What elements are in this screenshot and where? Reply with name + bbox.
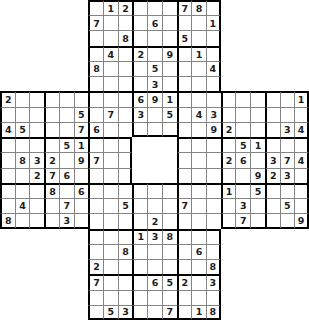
given-cell-r9-c16[interactable]: 5 bbox=[235, 137, 250, 152]
given-cell-r18-c12[interactable]: 2 bbox=[177, 274, 192, 289]
given-cell-r13-c12[interactable]: 7 bbox=[177, 198, 192, 213]
empty-cell-r11-c16[interactable] bbox=[235, 168, 250, 183]
empty-cell-r18-c13[interactable] bbox=[191, 274, 206, 289]
empty-cell-r14-c5[interactable] bbox=[74, 213, 89, 228]
empty-cell-r19-c7[interactable] bbox=[103, 290, 118, 305]
given-cell-r11-c18[interactable]: 2 bbox=[265, 168, 280, 183]
empty-cell-r10-c17[interactable] bbox=[250, 152, 265, 167]
empty-cell-r14-c8[interactable] bbox=[118, 213, 133, 228]
empty-cell-r13-c3[interactable] bbox=[44, 198, 59, 213]
empty-cell-r12-c10[interactable] bbox=[147, 183, 162, 198]
given-cell-r8-c5[interactable]: 7 bbox=[74, 122, 89, 137]
given-cell-r1-c10[interactable]: 6 bbox=[147, 15, 162, 30]
given-cell-r3-c7[interactable]: 4 bbox=[103, 46, 118, 61]
given-cell-r4-c6[interactable]: 8 bbox=[88, 61, 103, 76]
given-cell-r10-c5[interactable]: 9 bbox=[74, 152, 89, 167]
empty-cell-r17-c12[interactable] bbox=[177, 259, 192, 274]
empty-cell-r8-c7[interactable] bbox=[103, 122, 118, 137]
given-cell-r14-c20[interactable]: 9 bbox=[294, 213, 309, 228]
empty-cell-r9-c13[interactable] bbox=[191, 137, 206, 152]
empty-cell-r12-c4[interactable] bbox=[59, 183, 74, 198]
empty-cell-r16-c11[interactable] bbox=[162, 244, 177, 259]
given-cell-r6-c10[interactable]: 9 bbox=[147, 91, 162, 106]
empty-cell-r10-c4[interactable] bbox=[59, 152, 74, 167]
outside-area bbox=[294, 15, 309, 30]
given-cell-r6-c9[interactable]: 6 bbox=[132, 91, 147, 106]
empty-cell-r1-c8[interactable] bbox=[118, 15, 133, 30]
empty-cell-r8-c4[interactable] bbox=[59, 122, 74, 137]
given-cell-r10-c19[interactable]: 7 bbox=[280, 152, 295, 167]
empty-cell-r8-c9[interactable] bbox=[132, 122, 147, 137]
empty-cell-r14-c6[interactable] bbox=[88, 213, 103, 228]
empty-cell-r9-c19[interactable] bbox=[280, 137, 295, 152]
outside-area bbox=[221, 259, 236, 274]
empty-cell-r13-c20[interactable] bbox=[294, 198, 309, 213]
empty-cell-r1-c13[interactable] bbox=[191, 15, 206, 30]
given-cell-r7-c14[interactable]: 3 bbox=[206, 107, 221, 122]
empty-cell-r13-c7[interactable] bbox=[103, 198, 118, 213]
empty-cell-r6-c7[interactable] bbox=[103, 91, 118, 106]
empty-cell-r5-c8[interactable] bbox=[118, 76, 133, 91]
given-cell-r15-c11[interactable]: 8 bbox=[162, 229, 177, 244]
empty-cell-r6-c14[interactable] bbox=[206, 91, 221, 106]
empty-cell-r12-c12[interactable] bbox=[177, 183, 192, 198]
given-cell-r13-c8[interactable]: 5 bbox=[118, 198, 133, 213]
empty-cell-r6-c15[interactable] bbox=[221, 91, 236, 106]
empty-cell-r7-c2[interactable] bbox=[29, 107, 44, 122]
given-cell-r20-c11[interactable]: 7 bbox=[162, 305, 177, 320]
given-cell-r4-c14[interactable]: 4 bbox=[206, 61, 221, 76]
empty-cell-r17-c13[interactable] bbox=[191, 259, 206, 274]
empty-cell-r6-c2[interactable] bbox=[29, 91, 44, 106]
outside-area bbox=[250, 30, 265, 45]
given-cell-r12-c5[interactable]: 6 bbox=[74, 183, 89, 198]
empty-cell-r11-c1[interactable] bbox=[15, 168, 30, 183]
empty-cell-r5-c14[interactable] bbox=[206, 76, 221, 91]
given-cell-r17-c6[interactable]: 2 bbox=[88, 259, 103, 274]
empty-cell-r9-c1[interactable] bbox=[15, 137, 30, 152]
given-cell-r11-c3[interactable]: 7 bbox=[44, 168, 59, 183]
empty-cell-r9-c6[interactable] bbox=[88, 137, 103, 152]
empty-cell-r19-c6[interactable] bbox=[88, 290, 103, 305]
empty-cell-r4-c8[interactable] bbox=[118, 61, 133, 76]
given-cell-r2-c8[interactable]: 8 bbox=[118, 30, 133, 45]
empty-cell-r7-c15[interactable] bbox=[221, 107, 236, 122]
given-cell-r17-c14[interactable]: 8 bbox=[206, 259, 221, 274]
empty-cell-r10-c0[interactable] bbox=[0, 152, 15, 167]
empty-cell-r15-c12[interactable] bbox=[177, 229, 192, 244]
given-cell-r8-c1[interactable]: 5 bbox=[15, 122, 30, 137]
empty-cell-r11-c8[interactable] bbox=[118, 168, 133, 183]
given-cell-r20-c14[interactable]: 8 bbox=[206, 305, 221, 320]
empty-cell-r7-c18[interactable] bbox=[265, 107, 280, 122]
empty-cell-r12-c18[interactable] bbox=[265, 183, 280, 198]
empty-cell-r3-c8[interactable] bbox=[118, 46, 133, 61]
empty-cell-r11-c0[interactable] bbox=[0, 168, 15, 183]
given-cell-r11-c2[interactable]: 2 bbox=[29, 168, 44, 183]
empty-cell-r13-c13[interactable] bbox=[191, 198, 206, 213]
empty-cell-r1-c11[interactable] bbox=[162, 15, 177, 30]
empty-cell-r2-c10[interactable] bbox=[147, 30, 162, 45]
outside-area bbox=[265, 76, 280, 91]
empty-cell-r2-c9[interactable] bbox=[132, 30, 147, 45]
empty-cell-r2-c14[interactable] bbox=[206, 30, 221, 45]
empty-cell-r13-c18[interactable] bbox=[265, 198, 280, 213]
empty-cell-r20-c6[interactable] bbox=[88, 305, 103, 320]
empty-cell-r7-c12[interactable] bbox=[177, 107, 192, 122]
empty-cell-r6-c5[interactable] bbox=[74, 91, 89, 106]
given-cell-r8-c15[interactable]: 2 bbox=[221, 122, 236, 137]
given-cell-r10-c2[interactable]: 3 bbox=[29, 152, 44, 167]
empty-cell-r7-c4[interactable] bbox=[59, 107, 74, 122]
given-cell-r8-c19[interactable]: 3 bbox=[280, 122, 295, 137]
empty-cell-r16-c10[interactable] bbox=[147, 244, 162, 259]
empty-cell-r3-c10[interactable] bbox=[147, 46, 162, 61]
empty-cell-r15-c6[interactable] bbox=[88, 229, 103, 244]
empty-cell-r15-c7[interactable] bbox=[103, 229, 118, 244]
empty-cell-r7-c10[interactable] bbox=[147, 107, 162, 122]
outside-area bbox=[44, 15, 59, 30]
empty-cell-r9-c0[interactable] bbox=[0, 137, 15, 152]
given-cell-r9-c4[interactable]: 5 bbox=[59, 137, 74, 152]
empty-cell-r6-c8[interactable] bbox=[118, 91, 133, 106]
empty-cell-r18-c9[interactable] bbox=[132, 274, 147, 289]
given-cell-r20-c7[interactable]: 5 bbox=[103, 305, 118, 320]
empty-cell-r11-c12[interactable] bbox=[177, 168, 192, 183]
empty-cell-r5-c6[interactable] bbox=[88, 76, 103, 91]
empty-cell-r3-c12[interactable] bbox=[177, 46, 192, 61]
given-cell-r10-c1[interactable]: 8 bbox=[15, 152, 30, 167]
empty-cell-r14-c11[interactable] bbox=[162, 213, 177, 228]
given-cell-r14-c10[interactable]: 2 bbox=[147, 213, 162, 228]
empty-cell-r6-c17[interactable] bbox=[250, 91, 265, 106]
empty-cell-r14-c1[interactable] bbox=[15, 213, 30, 228]
empty-cell-r5-c12[interactable] bbox=[177, 76, 192, 91]
empty-cell-r12-c6[interactable] bbox=[88, 183, 103, 198]
given-cell-r14-c0[interactable]: 8 bbox=[0, 213, 15, 228]
empty-cell-r0-c10[interactable] bbox=[147, 0, 162, 15]
empty-cell-r6-c6[interactable] bbox=[88, 91, 103, 106]
empty-cell-r8-c3[interactable] bbox=[44, 122, 59, 137]
given-cell-r8-c20[interactable]: 4 bbox=[294, 122, 309, 137]
empty-cell-r12-c0[interactable] bbox=[0, 183, 15, 198]
empty-cell-r5-c13[interactable] bbox=[191, 76, 206, 91]
empty-cell-r7-c6[interactable] bbox=[88, 107, 103, 122]
empty-cell-r15-c14[interactable] bbox=[206, 229, 221, 244]
empty-cell-r12-c1[interactable] bbox=[15, 183, 30, 198]
given-cell-r7-c7[interactable]: 7 bbox=[103, 107, 118, 122]
empty-cell-r7-c19[interactable] bbox=[280, 107, 295, 122]
given-cell-r2-c12[interactable]: 5 bbox=[177, 30, 192, 45]
empty-cell-r8-c18[interactable] bbox=[265, 122, 280, 137]
empty-cell-r14-c13[interactable] bbox=[191, 213, 206, 228]
given-cell-r10-c20[interactable]: 4 bbox=[294, 152, 309, 167]
empty-cell-r9-c12[interactable] bbox=[177, 137, 192, 152]
given-cell-r18-c10[interactable]: 6 bbox=[147, 274, 162, 289]
empty-cell-r6-c4[interactable] bbox=[59, 91, 74, 106]
empty-cell-r13-c6[interactable] bbox=[88, 198, 103, 213]
empty-cell-r17-c8[interactable] bbox=[118, 259, 133, 274]
given-cell-r6-c11[interactable]: 1 bbox=[162, 91, 177, 106]
empty-cell-r12-c9[interactable] bbox=[132, 183, 147, 198]
given-cell-r9-c17[interactable]: 1 bbox=[250, 137, 265, 152]
empty-cell-r0-c9[interactable] bbox=[132, 0, 147, 15]
given-cell-r16-c13[interactable]: 6 bbox=[191, 244, 206, 259]
empty-cell-r2-c11[interactable] bbox=[162, 30, 177, 45]
given-cell-r8-c14[interactable]: 9 bbox=[206, 122, 221, 137]
empty-cell-r13-c17[interactable] bbox=[250, 198, 265, 213]
empty-cell-r6-c3[interactable] bbox=[44, 91, 59, 106]
empty-cell-r13-c14[interactable] bbox=[206, 198, 221, 213]
given-cell-r20-c13[interactable]: 1 bbox=[191, 305, 206, 320]
given-cell-r7-c11[interactable]: 5 bbox=[162, 107, 177, 122]
empty-cell-r12-c16[interactable] bbox=[235, 183, 250, 198]
given-cell-r13-c1[interactable]: 4 bbox=[15, 198, 30, 213]
empty-cell-r2-c13[interactable] bbox=[191, 30, 206, 45]
outside-area bbox=[221, 305, 236, 320]
empty-cell-r7-c16[interactable] bbox=[235, 107, 250, 122]
given-cell-r12-c15[interactable]: 1 bbox=[221, 183, 236, 198]
empty-cell-r15-c8[interactable] bbox=[118, 229, 133, 244]
empty-cell-r4-c7[interactable] bbox=[103, 61, 118, 76]
empty-cell-r8-c2[interactable] bbox=[29, 122, 44, 137]
empty-cell-r14-c9[interactable] bbox=[132, 213, 147, 228]
empty-cell-r2-c7[interactable] bbox=[103, 30, 118, 45]
outside-area bbox=[29, 229, 44, 244]
empty-cell-r9-c18[interactable] bbox=[265, 137, 280, 152]
empty-cell-r5-c11[interactable] bbox=[162, 76, 177, 91]
empty-cell-r3-c14[interactable] bbox=[206, 46, 221, 61]
empty-cell-r7-c8[interactable] bbox=[118, 107, 133, 122]
given-cell-r7-c9[interactable]: 3 bbox=[132, 107, 147, 122]
empty-cell-r7-c0[interactable] bbox=[0, 107, 15, 122]
empty-cell-r0-c11[interactable] bbox=[162, 0, 177, 15]
given-cell-r7-c13[interactable]: 4 bbox=[191, 107, 206, 122]
given-cell-r10-c6[interactable]: 7 bbox=[88, 152, 103, 167]
outside-area bbox=[15, 274, 30, 289]
empty-cell-r6-c1[interactable] bbox=[15, 91, 30, 106]
given-cell-r6-c0[interactable]: 2 bbox=[0, 91, 15, 106]
empty-cell-r7-c1[interactable] bbox=[15, 107, 30, 122]
empty-cell-r12-c20[interactable] bbox=[294, 183, 309, 198]
empty-cell-r14-c15[interactable] bbox=[221, 213, 236, 228]
empty-cell-r0-c6[interactable] bbox=[88, 0, 103, 15]
empty-cell-r5-c9[interactable] bbox=[132, 76, 147, 91]
empty-cell-r13-c9[interactable] bbox=[132, 198, 147, 213]
given-cell-r10-c16[interactable]: 6 bbox=[235, 152, 250, 167]
empty-cell-r9-c20[interactable] bbox=[294, 137, 309, 152]
empty-cell-r19-c12[interactable] bbox=[177, 290, 192, 305]
empty-cell-r12-c19[interactable] bbox=[280, 183, 295, 198]
given-cell-r1-c14[interactable]: 1 bbox=[206, 15, 221, 30]
empty-cell-r13-c2[interactable] bbox=[29, 198, 44, 213]
empty-cell-r13-c10[interactable] bbox=[147, 198, 162, 213]
empty-cell-r10-c7[interactable] bbox=[103, 152, 118, 167]
given-cell-r14-c4[interactable]: 3 bbox=[59, 213, 74, 228]
empty-cell-r19-c13[interactable] bbox=[191, 290, 206, 305]
empty-cell-r8-c16[interactable] bbox=[235, 122, 250, 137]
empty-cell-r13-c0[interactable] bbox=[0, 198, 15, 213]
given-cell-r3-c13[interactable]: 1 bbox=[191, 46, 206, 61]
empty-cell-r0-c14[interactable] bbox=[206, 0, 221, 15]
empty-cell-r6-c19[interactable] bbox=[280, 91, 295, 106]
empty-cell-r6-c13[interactable] bbox=[191, 91, 206, 106]
empty-cell-r20-c10[interactable] bbox=[147, 305, 162, 320]
given-cell-r12-c3[interactable]: 8 bbox=[44, 183, 59, 198]
empty-cell-r14-c19[interactable] bbox=[280, 213, 295, 228]
given-cell-r14-c16[interactable]: 7 bbox=[235, 213, 250, 228]
empty-cell-r2-c6[interactable] bbox=[88, 30, 103, 45]
empty-cell-r13-c11[interactable] bbox=[162, 198, 177, 213]
given-cell-r11-c4[interactable]: 6 bbox=[59, 168, 74, 183]
empty-cell-r12-c7[interactable] bbox=[103, 183, 118, 198]
empty-cell-r9-c2[interactable] bbox=[29, 137, 44, 152]
empty-cell-r12-c14[interactable] bbox=[206, 183, 221, 198]
empty-cell-r6-c16[interactable] bbox=[235, 91, 250, 106]
given-cell-r13-c19[interactable]: 5 bbox=[280, 198, 295, 213]
empty-cell-r5-c7[interactable] bbox=[103, 76, 118, 91]
given-cell-r13-c16[interactable]: 3 bbox=[235, 198, 250, 213]
empty-cell-r16-c6[interactable] bbox=[88, 244, 103, 259]
empty-cell-r4-c12[interactable] bbox=[177, 61, 192, 76]
empty-cell-r10-c14[interactable] bbox=[206, 152, 221, 167]
given-cell-r0-c8[interactable]: 2 bbox=[118, 0, 133, 15]
empty-cell-r11-c5[interactable] bbox=[74, 168, 89, 183]
empty-cell-r11-c15[interactable] bbox=[221, 168, 236, 183]
given-cell-r11-c17[interactable]: 9 bbox=[250, 168, 265, 183]
empty-cell-r9-c8[interactable] bbox=[118, 137, 133, 152]
empty-cell-r18-c7[interactable] bbox=[103, 274, 118, 289]
given-cell-r0-c12[interactable]: 7 bbox=[177, 0, 192, 15]
empty-cell-r9-c15[interactable] bbox=[221, 137, 236, 152]
empty-cell-r12-c2[interactable] bbox=[29, 183, 44, 198]
empty-cell-r11-c20[interactable] bbox=[294, 168, 309, 183]
empty-cell-r12-c11[interactable] bbox=[162, 183, 177, 198]
empty-cell-r10-c8[interactable] bbox=[118, 152, 133, 167]
empty-cell-r19-c10[interactable] bbox=[147, 290, 162, 305]
empty-cell-r14-c17[interactable] bbox=[250, 213, 265, 228]
given-cell-r7-c5[interactable]: 5 bbox=[74, 107, 89, 122]
empty-cell-r16-c12[interactable] bbox=[177, 244, 192, 259]
empty-cell-r17-c11[interactable] bbox=[162, 259, 177, 274]
empty-cell-r14-c2[interactable] bbox=[29, 213, 44, 228]
empty-cell-r14-c18[interactable] bbox=[265, 213, 280, 228]
empty-cell-r6-c12[interactable] bbox=[177, 91, 192, 106]
empty-cell-r8-c11[interactable] bbox=[162, 122, 177, 137]
given-cell-r3-c11[interactable]: 9 bbox=[162, 46, 177, 61]
empty-cell-r16-c7[interactable] bbox=[103, 244, 118, 259]
empty-cell-r17-c9[interactable] bbox=[132, 259, 147, 274]
given-cell-r18-c11[interactable]: 5 bbox=[162, 274, 177, 289]
empty-cell-r4-c9[interactable] bbox=[132, 61, 147, 76]
empty-cell-r16-c9[interactable] bbox=[132, 244, 147, 259]
empty-cell-r8-c8[interactable] bbox=[118, 122, 133, 137]
given-cell-r8-c0[interactable]: 4 bbox=[0, 122, 15, 137]
given-cell-r18-c6[interactable]: 7 bbox=[88, 274, 103, 289]
given-cell-r13-c4[interactable]: 7 bbox=[59, 198, 74, 213]
outside-area bbox=[59, 15, 74, 30]
empty-cell-r11-c14[interactable] bbox=[206, 168, 221, 183]
empty-cell-r4-c13[interactable] bbox=[191, 61, 206, 76]
empty-cell-r3-c6[interactable] bbox=[88, 46, 103, 61]
given-cell-r3-c9[interactable]: 2 bbox=[132, 46, 147, 61]
given-cell-r1-c6[interactable]: 7 bbox=[88, 15, 103, 30]
given-cell-r10-c3[interactable]: 2 bbox=[44, 152, 59, 167]
empty-cell-r10-c12[interactable] bbox=[177, 152, 192, 167]
given-cell-r10-c15[interactable]: 2 bbox=[221, 152, 236, 167]
empty-cell-r12-c13[interactable] bbox=[191, 183, 206, 198]
empty-cell-r19-c8[interactable] bbox=[118, 290, 133, 305]
empty-cell-r14-c12[interactable] bbox=[177, 213, 192, 228]
empty-cell-r12-c8[interactable] bbox=[118, 183, 133, 198]
empty-cell-r8-c13[interactable] bbox=[191, 122, 206, 137]
empty-cell-r19-c14[interactable] bbox=[206, 290, 221, 305]
given-cell-r6-c20[interactable]: 1 bbox=[294, 91, 309, 106]
empty-cell-r9-c7[interactable] bbox=[103, 137, 118, 152]
empty-cell-r1-c9[interactable] bbox=[132, 15, 147, 30]
empty-cell-r9-c14[interactable] bbox=[206, 137, 221, 152]
empty-cell-r4-c11[interactable] bbox=[162, 61, 177, 76]
empty-cell-r9-c3[interactable] bbox=[44, 137, 59, 152]
empty-cell-r14-c7[interactable] bbox=[103, 213, 118, 228]
given-cell-r9-c5[interactable]: 1 bbox=[74, 137, 89, 152]
empty-cell-r17-c10[interactable] bbox=[147, 259, 162, 274]
empty-cell-r1-c12[interactable] bbox=[177, 15, 192, 30]
empty-cell-r8-c10[interactable] bbox=[147, 122, 162, 137]
given-cell-r0-c7[interactable]: 1 bbox=[103, 0, 118, 15]
empty-cell-r8-c17[interactable] bbox=[250, 122, 265, 137]
outside-area bbox=[250, 76, 265, 91]
given-cell-r15-c9[interactable]: 1 bbox=[132, 229, 147, 244]
empty-cell-r19-c11[interactable] bbox=[162, 290, 177, 305]
given-cell-r12-c17[interactable]: 5 bbox=[250, 183, 265, 198]
empty-cell-r20-c9[interactable] bbox=[132, 305, 147, 320]
given-cell-r15-c10[interactable]: 3 bbox=[147, 229, 162, 244]
empty-cell-r11-c13[interactable] bbox=[191, 168, 206, 183]
empty-cell-r18-c8[interactable] bbox=[118, 274, 133, 289]
empty-cell-r7-c3[interactable] bbox=[44, 107, 59, 122]
empty-cell-r20-c12[interactable] bbox=[177, 305, 192, 320]
empty-cell-r6-c18[interactable] bbox=[265, 91, 280, 106]
given-cell-r5-c10[interactable]: 3 bbox=[147, 76, 162, 91]
empty-cell-r11-c7[interactable] bbox=[103, 168, 118, 183]
empty-cell-r1-c7[interactable] bbox=[103, 15, 118, 30]
empty-cell-r16-c14[interactable] bbox=[206, 244, 221, 259]
empty-cell-r14-c3[interactable] bbox=[44, 213, 59, 228]
empty-cell-r7-c20[interactable] bbox=[294, 107, 309, 122]
empty-cell-r8-c12[interactable] bbox=[177, 122, 192, 137]
given-cell-r16-c8[interactable]: 8 bbox=[118, 244, 133, 259]
outside-area bbox=[44, 229, 59, 244]
outside-area bbox=[265, 229, 280, 244]
empty-cell-r13-c5[interactable] bbox=[74, 198, 89, 213]
empty-cell-r15-c13[interactable] bbox=[191, 229, 206, 244]
given-cell-r10-c18[interactable]: 3 bbox=[265, 152, 280, 167]
given-cell-r20-c8[interactable]: 3 bbox=[118, 305, 133, 320]
given-cell-r4-c10[interactable]: 5 bbox=[147, 61, 162, 76]
given-cell-r11-c19[interactable]: 3 bbox=[280, 168, 295, 183]
empty-cell-r14-c14[interactable] bbox=[206, 213, 221, 228]
empty-cell-r11-c6[interactable] bbox=[88, 168, 103, 183]
empty-cell-r13-c15[interactable] bbox=[221, 198, 236, 213]
empty-cell-r7-c17[interactable] bbox=[250, 107, 265, 122]
empty-cell-r19-c9[interactable] bbox=[132, 290, 147, 305]
empty-cell-r10-c13[interactable] bbox=[191, 152, 206, 167]
empty-cell-r17-c7[interactable] bbox=[103, 259, 118, 274]
given-cell-r8-c6[interactable]: 6 bbox=[88, 122, 103, 137]
given-cell-r18-c14[interactable]: 3 bbox=[206, 274, 221, 289]
given-cell-r0-c13[interactable]: 8 bbox=[191, 0, 206, 15]
